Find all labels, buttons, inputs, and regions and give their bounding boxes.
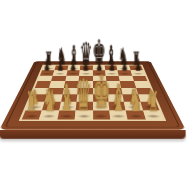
square-b1[interactable]: ♞ [39,110,59,119]
piece-black-pawn[interactable]: ♟ [135,58,141,74]
square-h1[interactable]: ♜ [143,110,164,119]
board-inlay-frame: ♜♞♝♛♚♝♞♜♟♟♟♟♟♟♟♟♟♟♟♟♟♟♟♟♜♞♝♛♚♝♞♜ [19,65,167,121]
square-c1[interactable]: ♝ [57,110,76,119]
chess-scene: ♜♞♝♛♚♝♞♜♟♟♟♟♟♟♟♟♟♟♟♟♟♟♟♟♜♞♝♛♚♝♞♜ [21,16,164,159]
piece-white-bishop[interactable]: ♝ [59,80,74,117]
piece-white-king[interactable]: ♚ [92,71,110,117]
piece-black-pawn[interactable]: ♟ [122,58,128,74]
square-e1[interactable]: ♚ [93,110,111,119]
board-front-edge [0,130,186,139]
piece-white-rook[interactable]: ♜ [26,90,37,117]
piece-white-queen[interactable]: ♛ [75,73,92,117]
piece-white-knight[interactable]: ♞ [129,84,142,117]
board-grid: ♜♞♝♛♚♝♞♜♟♟♟♟♟♟♟♟♟♟♟♟♟♟♟♟♜♞♝♛♚♝♞♜ [22,66,163,120]
piece-white-knight[interactable]: ♞ [42,84,55,117]
piece-white-rook[interactable]: ♜ [148,90,159,117]
square-d1[interactable]: ♛ [75,110,93,119]
square-f1[interactable]: ♝ [109,110,128,119]
photo-background: ♜♞♝♛♚♝♞♜♟♟♟♟♟♟♟♟♟♟♟♟♟♟♟♟♜♞♝♛♚♝♞♜ [0,0,190,190]
piece-black-pawn[interactable]: ♟ [44,58,50,74]
piece-black-pawn[interactable]: ♟ [57,58,63,74]
piece-white-bishop[interactable]: ♝ [111,80,126,117]
chess-board: ♜♞♝♛♚♝♞♜♟♟♟♟♟♟♟♟♟♟♟♟♟♟♟♟♜♞♝♛♚♝♞♜ [0,61,186,130]
